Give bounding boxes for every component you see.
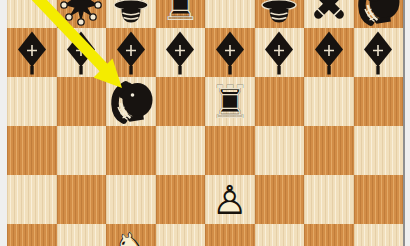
- square-g6[interactable]: [304, 77, 354, 126]
- piece-black-king-crown[interactable]: [255, 0, 304, 28]
- square-b7[interactable]: [57, 28, 107, 77]
- piece-black-captain-tower[interactable]: ♜♖: [205, 77, 254, 126]
- piece-black-lieutenant-elephant[interactable]: [106, 77, 155, 126]
- piece-black-hoplite-pawn-spearhead[interactable]: [255, 28, 304, 77]
- piece-black-hoplite-pawn-spearhead[interactable]: [7, 28, 56, 77]
- square-b5[interactable]: [57, 126, 107, 175]
- square-d3[interactable]: [156, 224, 206, 246]
- piece-black-warlord-crossed-swords[interactable]: [304, 0, 353, 28]
- square-g3[interactable]: [304, 224, 354, 246]
- square-g7[interactable]: [304, 28, 354, 77]
- square-f5[interactable]: [255, 126, 305, 175]
- square-b8[interactable]: [57, 0, 107, 28]
- piece-black-hoplite-pawn-spearhead[interactable]: [106, 28, 155, 77]
- square-b4[interactable]: [57, 175, 107, 224]
- square-e4[interactable]: ♟♙: [205, 175, 255, 224]
- square-h3[interactable]: [354, 224, 404, 246]
- square-g4[interactable]: [304, 175, 354, 224]
- square-d7[interactable]: [156, 28, 206, 77]
- square-e6[interactable]: ♜♖: [205, 77, 255, 126]
- board[interactable]: ♜♖: [7, 0, 403, 246]
- square-a5[interactable]: [7, 126, 57, 175]
- square-f3[interactable]: [255, 224, 305, 246]
- square-h5[interactable]: [354, 126, 404, 175]
- chess-variant-window: ♜♖: [0, 0, 410, 246]
- square-a4[interactable]: [7, 175, 57, 224]
- square-b6[interactable]: [57, 77, 107, 126]
- square-c7[interactable]: [106, 28, 156, 77]
- piece-white-pawn[interactable]: ♟♙: [205, 175, 254, 224]
- square-f8[interactable]: [255, 0, 305, 28]
- square-b3[interactable]: [57, 224, 107, 246]
- square-g5[interactable]: [304, 126, 354, 175]
- square-c3[interactable]: ♞♘: [106, 224, 156, 246]
- piece-black-hoplite-pawn-spearhead[interactable]: [354, 28, 403, 77]
- square-h7[interactable]: [354, 28, 404, 77]
- piece-black-hoplite-pawn-spearhead[interactable]: [205, 28, 254, 77]
- piece-black-lieutenant-elephant[interactable]: [354, 0, 403, 28]
- square-d4[interactable]: [156, 175, 206, 224]
- piece-black-general-star[interactable]: [57, 0, 106, 28]
- piece-white-knight[interactable]: ♞♘: [106, 224, 155, 246]
- square-f4[interactable]: [255, 175, 305, 224]
- square-h8[interactable]: [354, 0, 404, 28]
- piece-black-hoplite-pawn-spearhead[interactable]: [57, 28, 106, 77]
- square-a6[interactable]: [7, 77, 57, 126]
- square-f6[interactable]: [255, 77, 305, 126]
- square-e5[interactable]: [205, 126, 255, 175]
- piece-black-king-crown[interactable]: [106, 0, 155, 28]
- square-h4[interactable]: [354, 175, 404, 224]
- piece-black-hoplite-pawn-spearhead[interactable]: [156, 28, 205, 77]
- square-c5[interactable]: [106, 126, 156, 175]
- square-a3[interactable]: [7, 224, 57, 246]
- square-c8[interactable]: [106, 0, 156, 28]
- square-c6[interactable]: [106, 77, 156, 126]
- piece-black-captain-tower[interactable]: ♜♖: [156, 0, 205, 28]
- square-d6[interactable]: [156, 77, 206, 126]
- square-a8[interactable]: [7, 0, 57, 28]
- square-d8[interactable]: ♜♖: [156, 0, 206, 28]
- square-c4[interactable]: [106, 175, 156, 224]
- right-border-strip: [403, 0, 410, 246]
- piece-black-hoplite-pawn-spearhead[interactable]: [304, 28, 353, 77]
- square-e3[interactable]: [205, 224, 255, 246]
- square-a7[interactable]: [7, 28, 57, 77]
- square-e7[interactable]: [205, 28, 255, 77]
- square-g8[interactable]: [304, 0, 354, 28]
- square-f7[interactable]: [255, 28, 305, 77]
- square-d5[interactable]: [156, 126, 206, 175]
- square-e8[interactable]: [205, 0, 255, 28]
- square-h6[interactable]: [354, 77, 404, 126]
